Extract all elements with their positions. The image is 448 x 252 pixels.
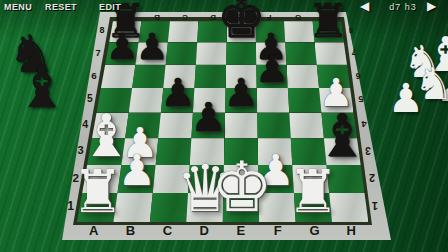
piece-black-rook-h8[interactable]: ♜ — [298, 0, 358, 45]
square-a6[interactable] — [101, 65, 135, 88]
rank-label-left-6: 6 — [89, 71, 99, 81]
captured-white-knight: ♞ — [414, 62, 448, 106]
file-label-bottom-G: G — [306, 224, 322, 237]
piece-white-rook-g1[interactable]: ♜ — [283, 163, 343, 222]
move-display: d7 h3 — [382, 2, 424, 12]
reset-button[interactable]: RESET — [45, 2, 77, 12]
piece-black-bishop-h3[interactable]: ♝ — [312, 106, 372, 165]
square-f4[interactable] — [257, 113, 291, 139]
piece-black-pawn-d4[interactable]: ♟ — [178, 98, 238, 138]
file-label-bottom-C: C — [159, 224, 175, 237]
piece-white-king-e1[interactable]: ♚ — [211, 153, 271, 222]
rank-label-right-2: 2 — [367, 172, 377, 183]
file-label-bottom-B: B — [123, 224, 139, 237]
file-label-bottom-D: D — [196, 224, 212, 237]
prev-move-icon[interactable]: ◀ — [360, 0, 369, 12]
menu-button[interactable]: MENU — [4, 2, 32, 12]
captured-black-bishop: ♝ — [16, 58, 68, 116]
piece-black-pawn-b7[interactable]: ♟ — [122, 29, 182, 65]
file-label-bottom-A: A — [86, 224, 102, 237]
piece-white-rook-a1[interactable]: ♜ — [68, 163, 128, 222]
file-label-bottom-H: H — [343, 224, 359, 237]
rank-label-right-1: 1 — [370, 200, 380, 211]
next-move-icon[interactable]: ▶ — [427, 0, 436, 12]
rank-label-right-7: 7 — [349, 48, 359, 56]
file-label-top-C: C — [178, 13, 192, 21]
edit-button[interactable]: EDIT — [99, 2, 121, 12]
